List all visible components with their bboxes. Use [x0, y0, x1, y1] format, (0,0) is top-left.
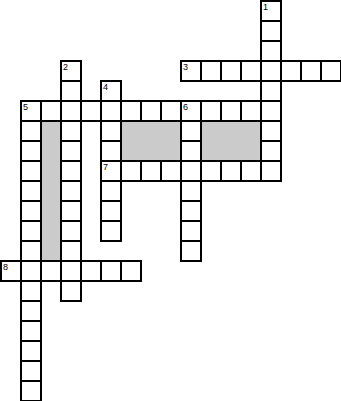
shaded-block: [120, 140, 140, 160]
shaded-block: [160, 120, 180, 140]
shaded-block: [140, 120, 160, 140]
crossword-cell[interactable]: [20, 120, 42, 142]
clue-number: 3: [183, 62, 188, 72]
crossword-cell[interactable]: [280, 60, 302, 82]
crossword-cell[interactable]: [100, 200, 122, 222]
crossword-cell[interactable]: 3: [180, 60, 202, 82]
crossword-cell[interactable]: [100, 180, 122, 202]
crossword-cell[interactable]: [60, 100, 82, 122]
crossword-cell[interactable]: [140, 160, 162, 182]
crossword-cell[interactable]: [60, 120, 82, 142]
shaded-block: [240, 120, 260, 140]
crossword-cell[interactable]: [20, 160, 42, 182]
crossword-cell[interactable]: [20, 320, 42, 342]
crossword-cell[interactable]: [200, 100, 222, 122]
crossword-cell[interactable]: [260, 140, 282, 162]
shaded-block: [220, 140, 240, 160]
crossword-cell[interactable]: [60, 80, 82, 102]
crossword-cell[interactable]: [120, 160, 142, 182]
crossword-cell[interactable]: [60, 220, 82, 242]
crossword-cell[interactable]: [320, 60, 341, 82]
crossword-board: 12345678: [0, 0, 341, 401]
crossword-cell[interactable]: [220, 60, 242, 82]
shaded-block: [120, 120, 140, 140]
crossword-cell[interactable]: [20, 340, 42, 362]
clue-number: 8: [3, 262, 8, 272]
shaded-block: [40, 140, 60, 160]
crossword-cell[interactable]: [20, 300, 42, 322]
shaded-block: [140, 140, 160, 160]
crossword-cell[interactable]: [100, 140, 122, 162]
crossword-cell[interactable]: [180, 240, 202, 262]
crossword-cell[interactable]: [180, 120, 202, 142]
shaded-block: [200, 140, 220, 160]
crossword-cell[interactable]: 8: [0, 260, 22, 282]
crossword-cell[interactable]: [100, 260, 122, 282]
crossword-cell[interactable]: [240, 100, 262, 122]
shaded-block: [40, 200, 60, 220]
crossword-cell[interactable]: [80, 100, 102, 122]
crossword-cell[interactable]: [100, 100, 122, 122]
crossword-cell[interactable]: [260, 40, 282, 62]
crossword-cell[interactable]: [60, 260, 82, 282]
clue-number: 2: [63, 62, 68, 72]
crossword-cell[interactable]: [120, 100, 142, 122]
crossword-cell[interactable]: [160, 100, 182, 122]
crossword-cell[interactable]: [240, 160, 262, 182]
crossword-cell[interactable]: [180, 200, 202, 222]
crossword-cell[interactable]: [20, 240, 42, 262]
shaded-block: [220, 120, 240, 140]
shaded-block: [40, 160, 60, 180]
crossword-cell[interactable]: [180, 160, 202, 182]
crossword-cell[interactable]: [260, 60, 282, 82]
crossword-cell[interactable]: 1: [260, 0, 282, 22]
crossword-cell[interactable]: [220, 160, 242, 182]
crossword-cell[interactable]: [20, 200, 42, 222]
crossword-cell[interactable]: [260, 100, 282, 122]
crossword-cell[interactable]: [80, 260, 102, 282]
crossword-cell[interactable]: [20, 260, 42, 282]
crossword-cell[interactable]: [220, 100, 242, 122]
crossword-cell[interactable]: [300, 60, 322, 82]
crossword-cell[interactable]: [60, 160, 82, 182]
shaded-block: [40, 220, 60, 240]
crossword-cell[interactable]: 7: [100, 160, 122, 182]
clue-number: 1: [263, 2, 268, 12]
crossword-cell[interactable]: [200, 60, 222, 82]
crossword-cell[interactable]: [260, 80, 282, 102]
crossword-cell[interactable]: [260, 120, 282, 142]
shaded-block: [40, 120, 60, 140]
crossword-cell[interactable]: [60, 240, 82, 262]
crossword-cell[interactable]: [100, 120, 122, 142]
crossword-cell[interactable]: [260, 160, 282, 182]
crossword-cell[interactable]: [180, 180, 202, 202]
shaded-block: [40, 240, 60, 260]
crossword-cell[interactable]: [20, 280, 42, 302]
crossword-cell[interactable]: [20, 380, 42, 401]
shaded-block: [160, 140, 180, 160]
crossword-cell[interactable]: [100, 220, 122, 242]
crossword-cell[interactable]: [40, 260, 62, 282]
crossword-cell[interactable]: [200, 160, 222, 182]
crossword-cell[interactable]: [60, 180, 82, 202]
crossword-cell[interactable]: [20, 140, 42, 162]
shaded-block: [200, 120, 220, 140]
crossword-cell[interactable]: [60, 140, 82, 162]
shaded-block: [40, 180, 60, 200]
clue-number: 7: [103, 162, 108, 172]
crossword-cell[interactable]: [60, 200, 82, 222]
shaded-block: [240, 140, 260, 160]
crossword-cell[interactable]: [20, 180, 42, 202]
crossword-cell[interactable]: [20, 220, 42, 242]
crossword-cell[interactable]: [60, 280, 82, 302]
crossword-cell[interactable]: 4: [100, 80, 122, 102]
crossword-cell[interactable]: [40, 100, 62, 122]
crossword-cell[interactable]: [160, 160, 182, 182]
clue-number: 5: [23, 102, 28, 112]
crossword-cell[interactable]: [180, 220, 202, 242]
crossword-cell[interactable]: 6: [180, 100, 202, 122]
crossword-cell[interactable]: [240, 60, 262, 82]
crossword-cell[interactable]: [120, 260, 142, 282]
crossword-cell[interactable]: 5: [20, 100, 42, 122]
crossword-cell[interactable]: 2: [60, 60, 82, 82]
crossword-cell[interactable]: [180, 140, 202, 162]
clue-number: 6: [183, 102, 188, 112]
clue-number: 4: [103, 82, 108, 92]
crossword-cell[interactable]: [20, 360, 42, 382]
crossword-cell[interactable]: [260, 20, 282, 42]
crossword-cell[interactable]: [140, 100, 162, 122]
